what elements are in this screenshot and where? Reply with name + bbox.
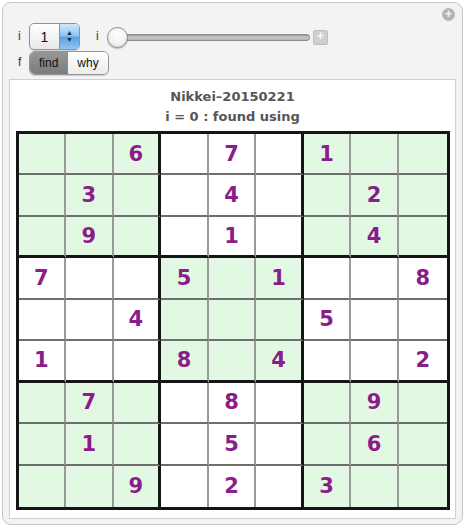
cell-r3c2: 9 [66,217,114,258]
cell-r8c7 [304,424,352,465]
cell-r1c9 [399,134,447,175]
cell-r6c6: 4 [256,341,304,382]
cell-r7c2: 7 [66,383,114,424]
cell-r5c2 [66,300,114,341]
function-setter-bar[interactable]: find why [29,51,109,75]
cell-r9c9 [399,466,447,507]
i-slider[interactable]: + [108,25,324,47]
puzzle-subtitle: i = 0 : found using [10,109,455,124]
cell-r7c6 [256,383,304,424]
cell-r6c3 [114,341,162,382]
cell-r8c5: 5 [209,424,257,465]
cell-r1c4 [161,134,209,175]
cell-r1c6 [256,134,304,175]
cell-r7c8: 9 [351,383,399,424]
cell-r9c2 [66,466,114,507]
cell-r3c8: 4 [351,217,399,258]
cell-r3c9 [399,217,447,258]
popup-stepper-arrows[interactable]: ▲ ▼ [59,24,79,49]
cell-r2c3 [114,175,162,216]
cell-r3c3 [114,217,162,258]
cell-r5c6 [256,300,304,341]
cell-r7c9 [399,383,447,424]
sudoku-board: 6713429147518451842789156923 [16,131,450,510]
cell-r3c7 [304,217,352,258]
setter-label: f [18,55,21,69]
cell-r3c6 [256,217,304,258]
popup-label: i [18,29,21,43]
cell-r6c1: 1 [19,341,67,382]
cell-r1c5: 7 [209,134,257,175]
cell-r9c8 [351,466,399,507]
cell-r2c2: 3 [66,175,114,216]
cell-r8c6 [256,424,304,465]
cell-r4c7 [304,258,352,299]
cell-r5c9 [399,300,447,341]
slider-label: i [96,29,99,43]
cell-r8c3 [114,424,162,465]
cell-r2c1 [19,175,67,216]
cell-r6c4: 8 [161,341,209,382]
popup-current-value: 1 [30,24,59,49]
cell-r6c5 [209,341,257,382]
cell-r6c9: 2 [399,341,447,382]
cell-r4c9: 8 [399,258,447,299]
cell-r1c1 [19,134,67,175]
cell-r4c6: 1 [256,258,304,299]
cell-r7c5: 8 [209,383,257,424]
cell-r2c9 [399,175,447,216]
cell-r8c8: 6 [351,424,399,465]
cell-r7c4 [161,383,209,424]
slider-expand-button[interactable]: + [313,30,328,45]
cell-r2c4 [161,175,209,216]
cell-r9c6 [256,466,304,507]
cell-r2c7 [304,175,352,216]
cell-r3c4 [161,217,209,258]
cell-r9c1 [19,466,67,507]
cell-r5c1 [19,300,67,341]
cell-r8c1 [19,424,67,465]
slider-track[interactable] [108,34,310,41]
index-popup-menu[interactable]: 1 ▲ ▼ [29,23,80,50]
cell-r4c2 [66,258,114,299]
cell-r9c7: 3 [304,466,352,507]
cell-r2c6 [256,175,304,216]
cell-r8c4 [161,424,209,465]
manipulate-options-icon[interactable]: + [442,8,455,21]
cell-r6c7 [304,341,352,382]
cell-r7c3 [114,383,162,424]
cell-r2c5: 4 [209,175,257,216]
cell-r7c7 [304,383,352,424]
cell-r9c3: 9 [114,466,162,507]
manipulate-widget: + i 1 ▲ ▼ i + f find why Nikkei–20150221… [2,2,463,525]
puzzle-title: Nikkei–20150221 [10,89,455,104]
cell-r4c1: 7 [19,258,67,299]
cell-r5c7: 5 [304,300,352,341]
cell-r4c8 [351,258,399,299]
cell-r9c5: 2 [209,466,257,507]
cell-r9c4 [161,466,209,507]
cell-r6c8 [351,341,399,382]
cell-r8c9 [399,424,447,465]
cell-r4c4: 5 [161,258,209,299]
output-panel: Nikkei–20150221 i = 0 : found using 6713… [9,79,456,519]
slider-thumb[interactable] [107,27,128,48]
cell-r1c3: 6 [114,134,162,175]
stepper-down-icon[interactable]: ▼ [66,37,73,43]
cell-r4c5 [209,258,257,299]
cell-r4c3 [114,258,162,299]
cell-r3c1 [19,217,67,258]
cell-r1c8 [351,134,399,175]
why-button[interactable]: why [68,52,107,74]
cell-r2c8: 2 [351,175,399,216]
cell-r7c1 [19,383,67,424]
cell-r5c4 [161,300,209,341]
find-button[interactable]: find [30,52,68,74]
cell-r3c5: 1 [209,217,257,258]
cell-r5c5 [209,300,257,341]
cell-r8c2: 1 [66,424,114,465]
cell-r5c8 [351,300,399,341]
cell-r5c3: 4 [114,300,162,341]
cell-r1c7: 1 [304,134,352,175]
cell-r6c2 [66,341,114,382]
cell-r1c2 [66,134,114,175]
